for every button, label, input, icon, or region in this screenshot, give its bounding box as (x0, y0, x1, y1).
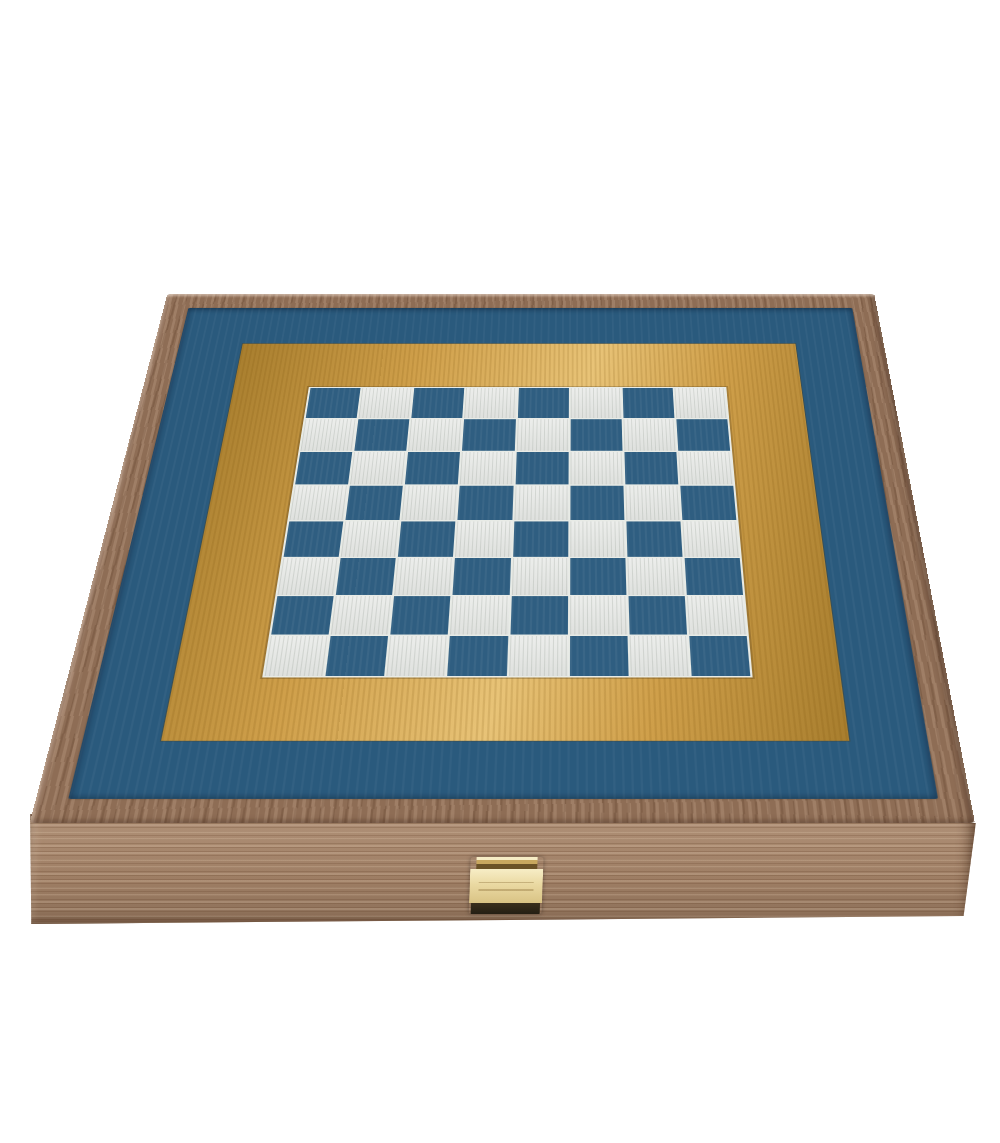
square-r8c7 (629, 636, 689, 676)
square-r8c5 (509, 636, 568, 676)
square-r8c2 (326, 636, 389, 676)
square-r8c1 (265, 636, 329, 676)
clasp-slot-shadow (471, 903, 540, 914)
square-r3c6 (570, 452, 623, 485)
square-r4c1 (289, 486, 347, 520)
square-r4c4 (458, 486, 513, 520)
clasp-hinge (476, 857, 537, 869)
square-r7c3 (391, 596, 451, 634)
square-r8c8 (689, 636, 750, 676)
square-r7c8 (687, 596, 747, 634)
square-r7c7 (628, 596, 687, 634)
square-r7c1 (271, 596, 334, 634)
square-r3c1 (295, 452, 352, 485)
square-r7c2 (331, 596, 392, 634)
square-r3c5 (515, 452, 568, 485)
square-r7c4 (450, 596, 509, 634)
chess-board (262, 387, 752, 678)
square-r5c4 (455, 521, 511, 556)
square-r1c4 (464, 388, 516, 418)
square-r1c7 (622, 388, 674, 418)
square-r8c4 (448, 636, 508, 676)
square-r6c3 (394, 558, 453, 595)
blue-margin (68, 308, 938, 799)
square-r1c5 (517, 388, 568, 418)
square-r7c6 (570, 596, 628, 634)
square-r5c8 (682, 521, 739, 556)
square-r6c6 (570, 558, 626, 595)
square-r5c7 (626, 521, 682, 556)
square-r1c3 (412, 388, 465, 418)
square-r7c5 (510, 596, 568, 634)
square-r3c8 (678, 452, 733, 485)
square-r2c4 (462, 419, 515, 450)
clasp-plate (469, 869, 543, 903)
square-r1c6 (570, 388, 621, 418)
square-r8c3 (387, 636, 448, 676)
square-r4c2 (346, 486, 403, 520)
square-r5c1 (284, 521, 344, 556)
square-r3c4 (460, 452, 514, 485)
square-r8c6 (570, 636, 629, 676)
square-r2c5 (516, 419, 568, 450)
product-photo (0, 0, 1000, 1143)
square-r1c8 (674, 388, 727, 418)
square-r2c7 (623, 419, 676, 450)
square-r6c8 (684, 558, 743, 595)
gold-border (161, 344, 849, 741)
square-r6c7 (627, 558, 684, 595)
square-r2c8 (676, 419, 730, 450)
chess-box (0, 0, 1000, 1143)
square-r2c3 (408, 419, 462, 450)
square-r5c2 (341, 521, 400, 556)
square-r2c1 (300, 419, 356, 450)
square-r5c3 (398, 521, 456, 556)
square-r5c6 (570, 521, 625, 556)
square-r6c1 (278, 558, 339, 595)
square-r2c6 (570, 419, 622, 450)
box-lid-wood-frame (30, 294, 975, 823)
square-r4c5 (514, 486, 568, 520)
square-r4c7 (625, 486, 680, 520)
square-r1c2 (359, 388, 413, 418)
square-r2c2 (354, 419, 409, 450)
square-r5c5 (513, 521, 568, 556)
square-r3c2 (350, 452, 406, 485)
square-r4c3 (402, 486, 458, 520)
square-r4c8 (680, 486, 736, 520)
clasp-engraving (478, 876, 534, 896)
square-r6c2 (336, 558, 396, 595)
brass-clasp (469, 857, 544, 914)
square-r3c7 (624, 452, 678, 485)
square-r1c1 (306, 388, 361, 418)
square-r3c3 (405, 452, 460, 485)
square-r6c5 (511, 558, 568, 595)
square-r4c6 (570, 486, 624, 520)
square-r6c4 (453, 558, 511, 595)
